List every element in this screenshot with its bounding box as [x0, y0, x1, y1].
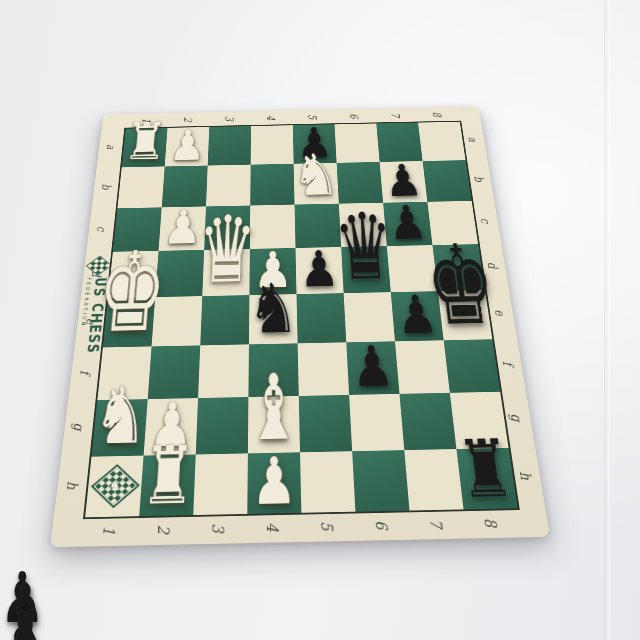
square-a6[interactable] — [335, 123, 380, 162]
square-g6[interactable] — [349, 394, 404, 451]
white-rook-a1[interactable]: ♜ — [122, 118, 169, 167]
square-h6[interactable] — [352, 450, 409, 512]
square-h8[interactable]: ♜ — [456, 448, 517, 509]
square-e1[interactable]: ♚ — [103, 297, 155, 347]
square-h5[interactable] — [300, 451, 355, 513]
square-e3[interactable] — [200, 295, 249, 345]
chess-mat: 12345678 12345678 abcdefgh abcdefgh US C… — [50, 107, 550, 548]
black-pawn-f6[interactable]: ♟ — [350, 339, 396, 394]
square-g7[interactable] — [399, 393, 456, 450]
tablecloth-crease — [604, 0, 610, 640]
captured-black-bishop: ♝ — [0, 576, 52, 640]
square-f6[interactable]: ♟ — [346, 341, 399, 395]
white-rook-h2[interactable]: ♜ — [139, 439, 197, 516]
square-e2[interactable] — [152, 296, 203, 346]
square-h4[interactable]: ♟ — [247, 452, 301, 514]
square-a4[interactable] — [251, 125, 294, 164]
square-g5[interactable] — [299, 395, 352, 452]
white-pawn-a2[interactable]: ♟ — [168, 126, 206, 166]
square-a2[interactable]: ♟ — [165, 127, 210, 166]
square-b8[interactable] — [423, 160, 472, 202]
square-g1[interactable]: ♞ — [91, 399, 147, 457]
square-g3[interactable] — [196, 397, 249, 454]
black-knight-e4[interactable]: ♞ — [247, 277, 299, 343]
black-rook-h8[interactable]: ♜ — [454, 432, 517, 508]
square-f7[interactable] — [395, 340, 450, 394]
square-h7[interactable] — [404, 449, 463, 511]
square-f3[interactable] — [198, 344, 249, 398]
square-e4[interactable]: ♞ — [249, 294, 298, 344]
square-a8[interactable] — [418, 122, 466, 161]
square-b1[interactable] — [117, 166, 164, 208]
square-d3[interactable]: ♛ — [202, 249, 250, 296]
square-f8[interactable] — [444, 339, 501, 393]
square-f5[interactable] — [298, 342, 350, 396]
white-knight-g1[interactable]: ♞ — [90, 380, 151, 456]
mat-perspective-wrapper: 12345678 12345678 abcdefgh abcdefgh US C… — [50, 107, 550, 548]
board-grid: ♜♟♟♞♟♟♟♛♟♟♛♚♞♟♚♟♞♟♝♞♜♟♜ — [83, 121, 520, 520]
square-e8[interactable]: ♚ — [438, 290, 492, 340]
knight-icon: ♞ — [108, 478, 122, 494]
us-chess-board-emblem-icon: ♞ — [94, 468, 135, 505]
square-a1[interactable]: ♜ — [122, 128, 168, 167]
square-d6[interactable]: ♛ — [341, 246, 391, 293]
square-h2[interactable]: ♜ — [139, 454, 196, 516]
square-a3[interactable] — [208, 126, 251, 165]
square-h3[interactable] — [193, 453, 248, 515]
white-bishop-g4[interactable]: ♝ — [247, 365, 301, 452]
square-e5[interactable] — [297, 293, 347, 343]
square-h1[interactable]: ♞ — [85, 456, 143, 518]
white-pawn-h4[interactable]: ♟ — [251, 450, 297, 513]
